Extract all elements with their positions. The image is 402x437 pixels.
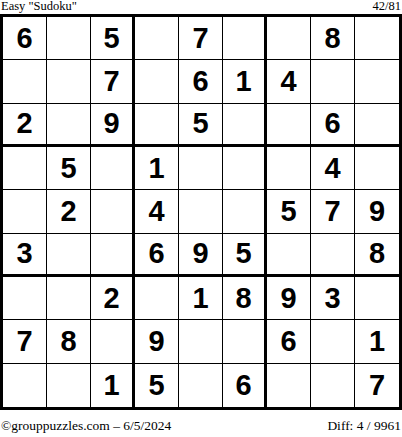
cell-r7c6: 8 — [223, 277, 267, 320]
cell-r6c6: 5 — [223, 234, 267, 277]
cell-r5c4: 4 — [135, 190, 179, 233]
cell-r9c5[interactable] — [179, 364, 223, 407]
cell-r1c7[interactable] — [267, 17, 311, 60]
cell-r6c1: 3 — [3, 234, 47, 277]
cell-r2c8[interactable] — [311, 60, 355, 103]
cell-r3c7[interactable] — [267, 104, 311, 147]
puzzle-page: Easy "Sudoku" 42/81 65787614295651424579… — [0, 0, 402, 437]
cell-r5c1[interactable] — [3, 190, 47, 233]
cell-r5c3[interactable] — [91, 190, 135, 233]
cell-r2c7: 4 — [267, 60, 311, 103]
cell-r7c1[interactable] — [3, 277, 47, 320]
cell-r9c6: 6 — [223, 364, 267, 407]
cell-r4c5[interactable] — [179, 147, 223, 190]
cell-r6c4: 6 — [135, 234, 179, 277]
cell-r1c2[interactable] — [47, 17, 91, 60]
cell-r9c9: 7 — [355, 364, 399, 407]
cell-r3c8: 6 — [311, 104, 355, 147]
cell-r5c9: 9 — [355, 190, 399, 233]
cell-r3c3: 9 — [91, 104, 135, 147]
cell-r4c2: 5 — [47, 147, 91, 190]
cell-r3c1: 2 — [3, 104, 47, 147]
cell-r6c7[interactable] — [267, 234, 311, 277]
cell-r7c4[interactable] — [135, 277, 179, 320]
cell-r2c9[interactable] — [355, 60, 399, 103]
cell-r6c3[interactable] — [91, 234, 135, 277]
cell-r9c8[interactable] — [311, 364, 355, 407]
cell-r5c7: 5 — [267, 190, 311, 233]
puzzle-title: Easy "Sudoku" — [1, 0, 77, 13]
cell-r3c4[interactable] — [135, 104, 179, 147]
cell-r2c3: 7 — [91, 60, 135, 103]
cell-r9c3: 1 — [91, 364, 135, 407]
cell-r7c9[interactable] — [355, 277, 399, 320]
header: Easy "Sudoku" 42/81 — [0, 0, 402, 14]
cell-r8c4: 9 — [135, 320, 179, 363]
cell-r2c5: 6 — [179, 60, 223, 103]
cell-r7c5: 1 — [179, 277, 223, 320]
cell-r1c6[interactable] — [223, 17, 267, 60]
cell-r9c1[interactable] — [3, 364, 47, 407]
cell-r4c6[interactable] — [223, 147, 267, 190]
cell-r8c9: 1 — [355, 320, 399, 363]
cell-r3c6[interactable] — [223, 104, 267, 147]
cell-r4c3[interactable] — [91, 147, 135, 190]
cell-r5c2: 2 — [47, 190, 91, 233]
cell-r9c4: 5 — [135, 364, 179, 407]
cell-r1c4[interactable] — [135, 17, 179, 60]
cell-r5c5[interactable] — [179, 190, 223, 233]
cell-r7c7: 9 — [267, 277, 311, 320]
cell-r3c2[interactable] — [47, 104, 91, 147]
cell-r6c5: 9 — [179, 234, 223, 277]
cell-r7c8: 3 — [311, 277, 355, 320]
difficulty-rating: Diff: 4 / 9961 — [327, 418, 401, 433]
sudoku-grid: 657876142956514245793695821893789611567 — [0, 14, 402, 410]
cell-r4c4: 1 — [135, 147, 179, 190]
cell-r2c4[interactable] — [135, 60, 179, 103]
cell-r8c1: 7 — [3, 320, 47, 363]
cell-r8c8[interactable] — [311, 320, 355, 363]
cell-r8c2: 8 — [47, 320, 91, 363]
cell-r2c2[interactable] — [47, 60, 91, 103]
givens-counter: 42/81 — [373, 0, 401, 13]
cell-r3c5: 5 — [179, 104, 223, 147]
cell-r1c9[interactable] — [355, 17, 399, 60]
cell-r4c7[interactable] — [267, 147, 311, 190]
footer: ©grouppuzzles.com – 6/5/2024 Diff: 4 / 9… — [0, 410, 402, 437]
cell-r6c2[interactable] — [47, 234, 91, 277]
cell-r6c9: 8 — [355, 234, 399, 277]
cell-r5c8: 7 — [311, 190, 355, 233]
cell-r6c8[interactable] — [311, 234, 355, 277]
cell-r2c1[interactable] — [3, 60, 47, 103]
cell-r9c2[interactable] — [47, 364, 91, 407]
cell-r8c3[interactable] — [91, 320, 135, 363]
cell-r1c5: 7 — [179, 17, 223, 60]
cell-r8c6[interactable] — [223, 320, 267, 363]
cell-r8c5[interactable] — [179, 320, 223, 363]
cell-r7c3: 2 — [91, 277, 135, 320]
cell-r4c1[interactable] — [3, 147, 47, 190]
cell-r1c3: 5 — [91, 17, 135, 60]
cell-r4c9[interactable] — [355, 147, 399, 190]
cell-r2c6: 1 — [223, 60, 267, 103]
cell-r1c1: 6 — [3, 17, 47, 60]
copyright-date: ©grouppuzzles.com – 6/5/2024 — [1, 418, 171, 433]
cell-r9c7[interactable] — [267, 364, 311, 407]
cell-r4c8: 4 — [311, 147, 355, 190]
cell-r8c7: 6 — [267, 320, 311, 363]
cell-r5c6[interactable] — [223, 190, 267, 233]
cell-r3c9[interactable] — [355, 104, 399, 147]
cell-r1c8: 8 — [311, 17, 355, 60]
cell-r7c2[interactable] — [47, 277, 91, 320]
